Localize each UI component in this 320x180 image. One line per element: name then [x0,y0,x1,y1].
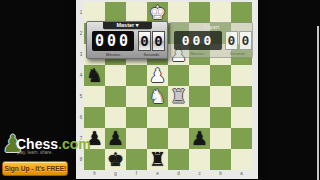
video-edge-stripe [317,26,319,180]
square-f1[interactable] [126,2,147,23]
square-d5[interactable]: ♜ [168,86,189,107]
square-f4[interactable] [126,65,147,86]
clock-expert-seconds-ones: 0 [239,31,252,50]
minutes-label: Minutes [175,51,220,56]
piece-white-king: ♚ [147,2,168,23]
minutes-label: Minutes [92,52,134,57]
square-b6[interactable] [210,107,231,128]
square-c4[interactable] [189,65,210,86]
clock-master: Master ▾ 000 0 0 Minutes Seconds [86,21,168,59]
square-e4[interactable]: ♟ [147,65,168,86]
clock-expert: Expert 000 0 0 Minutes Seconds [170,22,253,58]
piece-white-pawn: ♟ [147,65,168,86]
clock-expert-seconds-tens: 0 [225,31,238,50]
piece-black-king: ♚ [105,149,126,170]
file-label-a: a [231,169,252,177]
square-c1[interactable] [189,2,210,23]
square-h1[interactable] [84,2,105,23]
square-c6[interactable] [189,107,210,128]
square-h8[interactable] [84,149,105,170]
square-a7[interactable] [231,128,252,149]
square-d1[interactable] [168,2,189,23]
file-label-b: b [210,169,231,177]
square-e5[interactable]: ♞ [147,86,168,107]
square-b7[interactable] [210,128,231,149]
clock-expert-minutes: 000 [174,31,222,50]
square-d4[interactable] [168,65,189,86]
clock-master-minutes: 000 [92,31,134,51]
square-b8[interactable] [210,149,231,170]
clock-master-seconds-ones: 0 [152,31,165,51]
square-a5[interactable] [231,86,252,107]
clock-master-title-dropdown[interactable]: Master ▾ [103,22,152,29]
file-label-c: c [189,169,210,177]
signup-button[interactable]: Sign Up - It's FREE! [2,161,68,176]
square-h6[interactable] [84,107,105,128]
logo-tagline: play. learn. share. [17,150,77,155]
square-e1[interactable]: ♚ [147,2,168,23]
square-g1[interactable] [105,2,126,23]
piece-black-pawn: ♟ [105,128,126,149]
square-f8[interactable] [126,149,147,170]
square-g6[interactable] [105,107,126,128]
video-frame: 12345678 ♚♟♞♟♞♜♟♟♟♚♜ hgfedcba Master ▾ 0… [0,0,320,180]
square-c7[interactable]: ♟ [189,128,210,149]
square-g5[interactable] [105,86,126,107]
square-c8[interactable] [189,149,210,170]
clock-master-seconds-tens: 0 [138,31,151,51]
file-label-d: d [168,169,189,177]
signup-button-label: Sign Up - It's FREE! [4,165,66,172]
square-e8[interactable]: ♜ [147,149,168,170]
piece-white-rook: ♜ [168,86,189,107]
square-d6[interactable] [168,107,189,128]
square-d8[interactable] [168,149,189,170]
square-a1[interactable] [231,2,252,23]
file-label-h: h [84,169,105,177]
square-a8[interactable] [231,149,252,170]
seconds-label: Seconds [137,52,166,57]
square-g7[interactable]: ♟ [105,128,126,149]
square-f7[interactable] [126,128,147,149]
square-c5[interactable] [189,86,210,107]
clock-expert-title: Expert [171,24,252,30]
square-g4[interactable] [105,65,126,86]
piece-black-pawn: ♟ [189,128,210,149]
seconds-label: Seconds [223,51,252,56]
square-b5[interactable] [210,86,231,107]
piece-black-rook: ♜ [147,149,168,170]
square-a4[interactable] [231,65,252,86]
piece-black-knight: ♞ [84,65,105,86]
file-label-f: f [126,169,147,177]
file-label-g: g [105,169,126,177]
square-b1[interactable] [210,2,231,23]
square-g8[interactable]: ♚ [105,149,126,170]
piece-white-knight: ♞ [147,86,168,107]
square-a6[interactable] [231,107,252,128]
square-e7[interactable] [147,128,168,149]
square-h4[interactable]: ♞ [84,65,105,86]
square-b4[interactable] [210,65,231,86]
square-e6[interactable] [147,107,168,128]
square-d7[interactable] [168,128,189,149]
square-h5[interactable] [84,86,105,107]
square-f5[interactable] [126,86,147,107]
file-label-e: e [147,169,168,177]
square-f6[interactable] [126,107,147,128]
